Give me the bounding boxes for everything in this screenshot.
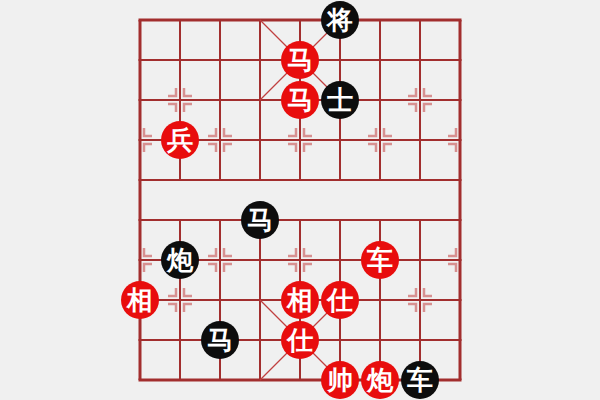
piece-red-soldier[interactable]: 兵	[161, 121, 199, 159]
piece-red-elephant[interactable]: 相	[121, 281, 159, 319]
xiangqi-board-screen: 将马马士兵马炮车相相仕马仕帅炮车	[0, 0, 600, 400]
piece-red-chariot[interactable]: 车	[361, 241, 399, 279]
piece-black-horse[interactable]: 马	[201, 321, 239, 359]
piece-red-elephant[interactable]: 相	[281, 281, 319, 319]
piece-black-general[interactable]: 将	[321, 1, 359, 39]
piece-red-horse[interactable]: 马	[281, 41, 319, 79]
board-grid[interactable]: 将马马士兵马炮车相相仕马仕帅炮车	[120, 0, 480, 400]
piece-black-chariot[interactable]: 车	[401, 361, 439, 399]
piece-red-horse[interactable]: 马	[281, 81, 319, 119]
piece-red-general[interactable]: 帅	[321, 361, 359, 399]
piece-red-cannon[interactable]: 炮	[361, 361, 399, 399]
piece-red-advisor[interactable]: 仕	[281, 321, 319, 359]
piece-black-advisor[interactable]: 士	[321, 81, 359, 119]
piece-black-cannon[interactable]: 炮	[161, 241, 199, 279]
piece-black-horse[interactable]: 马	[241, 201, 279, 239]
piece-red-advisor[interactable]: 仕	[321, 281, 359, 319]
